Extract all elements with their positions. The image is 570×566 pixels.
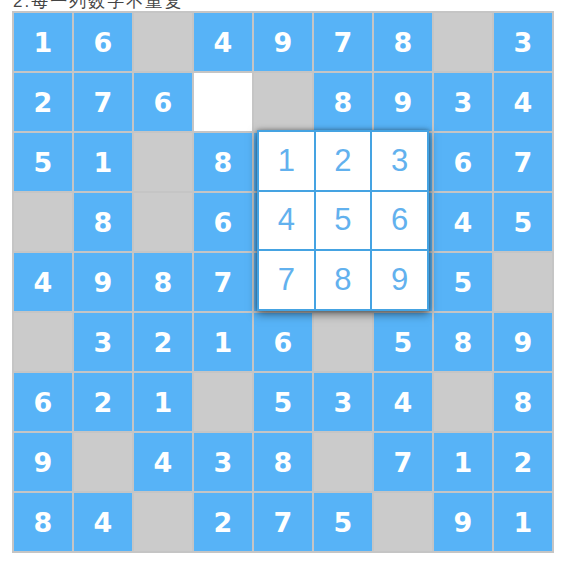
cell-r7c8[interactable] [434,373,492,431]
cell-r4c3[interactable] [134,193,192,251]
cell-r7c7: 4 [374,373,432,431]
cell-r2c2: 7 [74,73,132,131]
cell-r9c8: 9 [434,493,492,551]
picker-digit-3[interactable]: 3 [372,132,427,190]
cell-r4c2: 8 [74,193,132,251]
cell-r8c3: 4 [134,433,192,491]
cell-r7c9: 8 [494,373,552,431]
cell-r6c1[interactable] [14,313,72,371]
cell-r2c6: 8 [314,73,372,131]
cell-r1c4: 4 [194,13,252,71]
cell-r2c4[interactable] [194,73,252,131]
cell-r6c5: 6 [254,313,312,371]
cell-r4c9: 5 [494,193,552,251]
cell-r7c2: 2 [74,373,132,431]
cell-r9c2: 4 [74,493,132,551]
picker-digit-2[interactable]: 2 [316,132,371,190]
cell-r5c2: 9 [74,253,132,311]
cell-r4c4: 6 [194,193,252,251]
cell-r1c2: 6 [74,13,132,71]
cell-r1c8[interactable] [434,13,492,71]
cell-r6c9: 9 [494,313,552,371]
cell-r8c6[interactable] [314,433,372,491]
cell-r8c7: 7 [374,433,432,491]
cell-r6c8: 8 [434,313,492,371]
cell-r2c5[interactable] [254,73,312,131]
cell-r3c1: 5 [14,133,72,191]
cell-r5c3: 8 [134,253,192,311]
cell-r8c2[interactable] [74,433,132,491]
cell-r3c9: 7 [494,133,552,191]
cell-r9c7[interactable] [374,493,432,551]
cell-r4c1[interactable] [14,193,72,251]
cell-r9c3[interactable] [134,493,192,551]
cell-r5c9[interactable] [494,253,552,311]
cell-r7c5: 5 [254,373,312,431]
cell-r8c9: 2 [494,433,552,491]
cell-r2c1: 2 [14,73,72,131]
cell-r1c6: 7 [314,13,372,71]
cell-r6c7: 5 [374,313,432,371]
cell-r4c8: 4 [434,193,492,251]
cell-r3c8: 6 [434,133,492,191]
cell-r3c2: 1 [74,133,132,191]
cell-r2c7: 9 [374,73,432,131]
cell-r1c1: 1 [14,13,72,71]
cell-r1c3[interactable] [134,13,192,71]
cell-r9c1: 8 [14,493,72,551]
cell-r6c6[interactable] [314,313,372,371]
cell-r7c6: 3 [314,373,372,431]
cell-r9c5: 7 [254,493,312,551]
cell-r1c9: 3 [494,13,552,71]
cell-r5c1: 4 [14,253,72,311]
cell-r8c1: 9 [14,433,72,491]
cell-r1c5: 9 [254,13,312,71]
cell-r2c3: 6 [134,73,192,131]
cell-r2c8: 3 [434,73,492,131]
cell-r3c4: 8 [194,133,252,191]
cell-r6c4: 1 [194,313,252,371]
picker-digit-4[interactable]: 4 [259,192,314,250]
picker-digit-5[interactable]: 5 [316,192,371,250]
cell-r8c5: 8 [254,433,312,491]
picker-digit-7[interactable]: 7 [259,251,314,309]
picker-digit-6[interactable]: 6 [372,192,427,250]
cell-r5c8: 5 [434,253,492,311]
cell-r8c8: 1 [434,433,492,491]
cell-r9c9: 1 [494,493,552,551]
picker-digit-8[interactable]: 8 [316,251,371,309]
cell-r9c6: 5 [314,493,372,551]
picker-digit-1[interactable]: 1 [259,132,314,190]
cell-r6c2: 3 [74,313,132,371]
picker-digit-9[interactable]: 9 [372,251,427,309]
cell-r7c4[interactable] [194,373,252,431]
number-picker-popup: 123456789 [257,130,429,311]
cell-r7c3: 1 [134,373,192,431]
cell-r8c4: 3 [194,433,252,491]
cell-r6c3: 2 [134,313,192,371]
cell-r5c4: 7 [194,253,252,311]
cell-r7c1: 6 [14,373,72,431]
cell-r9c4: 2 [194,493,252,551]
cell-r2c9: 4 [494,73,552,131]
cell-r3c3[interactable] [134,133,192,191]
cell-r1c7: 8 [374,13,432,71]
